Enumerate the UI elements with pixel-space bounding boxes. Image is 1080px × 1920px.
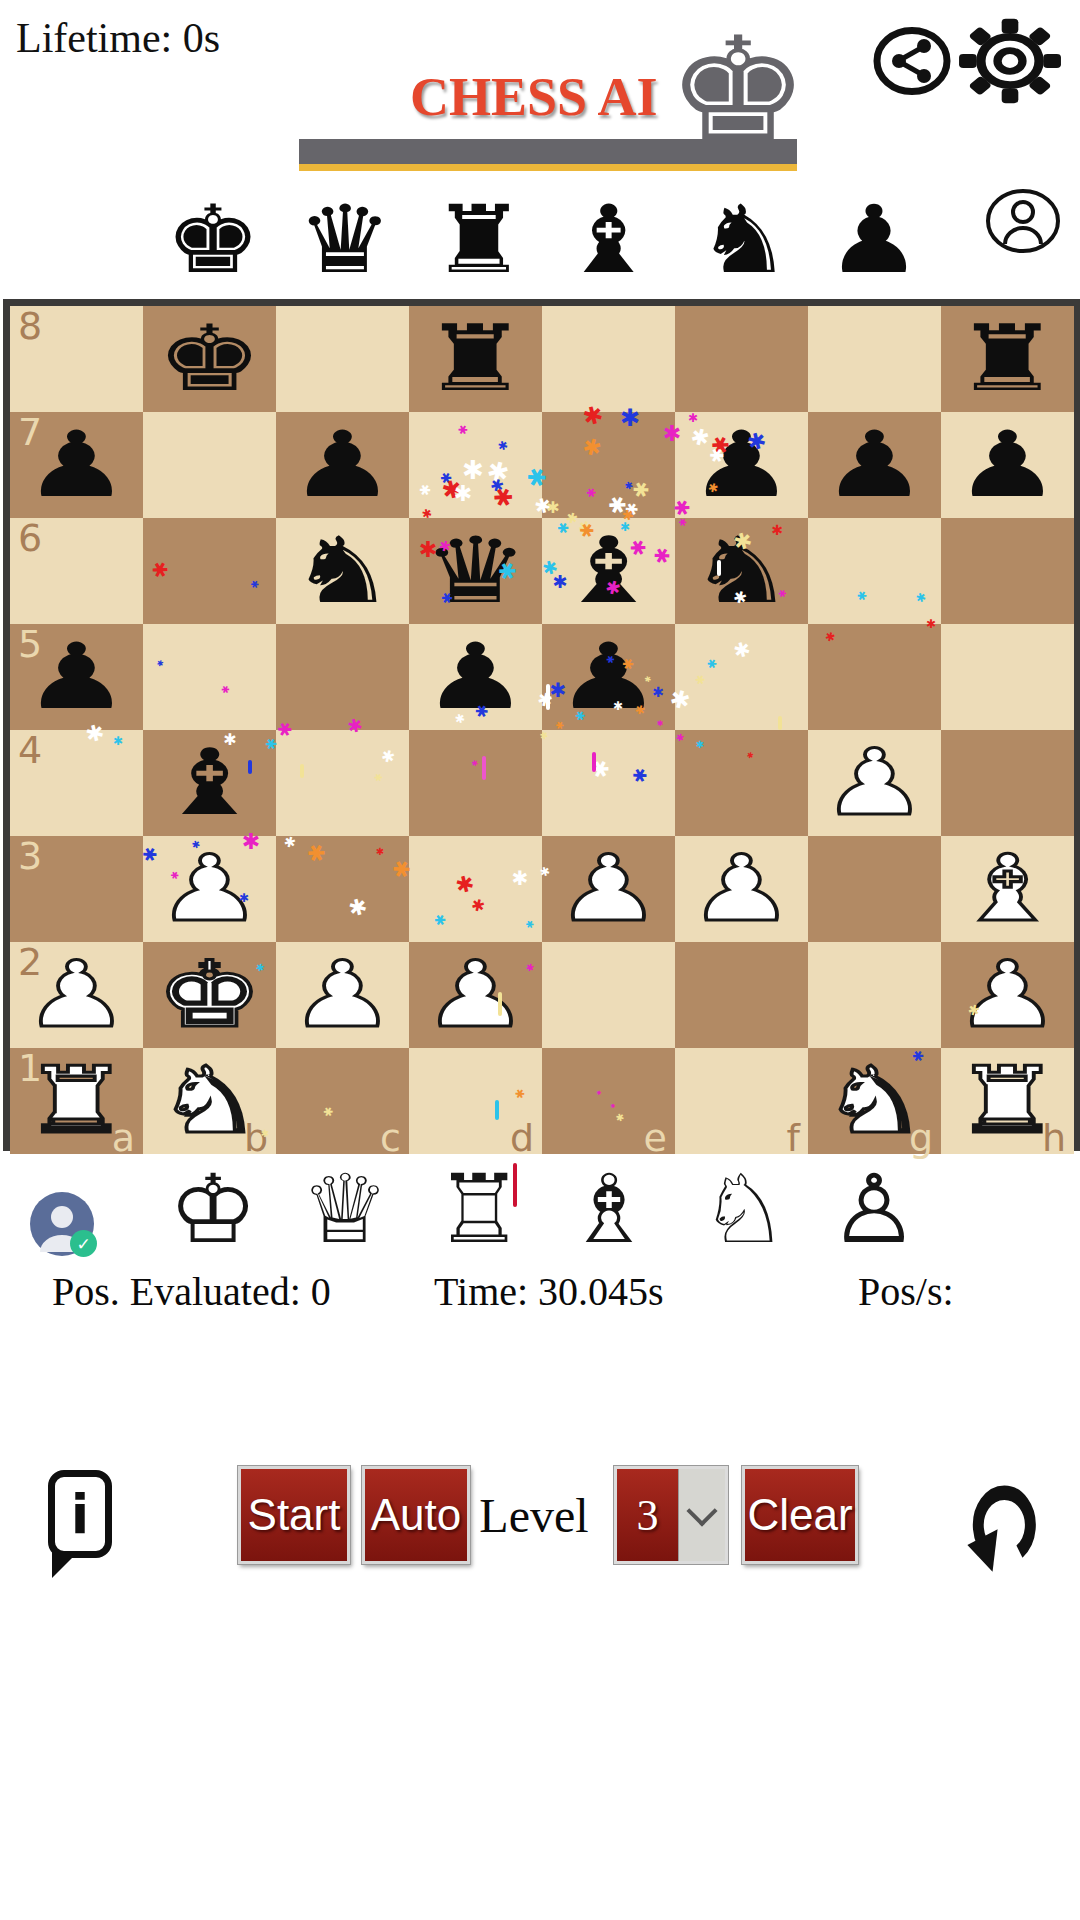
square-f1[interactable]: f	[675, 1048, 808, 1154]
square-a7[interactable]: 7♟	[10, 412, 143, 518]
clear-button[interactable]: Clear	[742, 1466, 858, 1564]
square-g3[interactable]	[808, 836, 941, 942]
square-e6[interactable]: ♝	[542, 518, 675, 624]
square-a2[interactable]: 2♟	[10, 942, 143, 1048]
square-c2[interactable]: ♟	[276, 942, 409, 1048]
file-label-d: d	[510, 1116, 534, 1160]
square-c4[interactable]	[276, 730, 409, 836]
square-b4[interactable]: ♝	[143, 730, 276, 836]
black-pawn-c7[interactable]: ♟	[289, 419, 395, 510]
square-g8[interactable]	[808, 306, 941, 412]
square-g2[interactable]	[808, 942, 941, 1048]
white-pawn-h2[interactable]: ♟	[954, 949, 1060, 1040]
file-label-g: g	[909, 1116, 933, 1160]
black-tray-pawn[interactable]: ♟	[797, 193, 952, 287]
white-pawn-c2[interactable]: ♟	[289, 949, 395, 1040]
white-pawn-d2[interactable]: ♟	[422, 949, 528, 1040]
white-pawn-e3[interactable]: ♟	[555, 843, 661, 934]
share-icon	[872, 26, 952, 96]
file-label-a: a	[112, 1116, 135, 1160]
check-badge-icon: ✓	[70, 1230, 97, 1257]
square-a3[interactable]: 3	[10, 836, 143, 942]
square-e5[interactable]: ♟	[542, 624, 675, 730]
level-select-arrow[interactable]	[678, 1469, 725, 1561]
black-king-b8[interactable]: ♚	[156, 313, 262, 404]
square-e3[interactable]: ♟	[542, 836, 675, 942]
square-h2[interactable]: ♟	[941, 942, 1074, 1048]
white-pawn-f3[interactable]: ♟	[688, 843, 794, 934]
square-g5[interactable]	[808, 624, 941, 730]
auto-button[interactable]: Auto	[362, 1466, 470, 1564]
black-pawn-a5[interactable]: ♟	[23, 631, 129, 722]
square-c7[interactable]: ♟	[276, 412, 409, 518]
square-d5[interactable]: ♟	[409, 624, 542, 730]
square-e1[interactable]: e	[542, 1048, 675, 1154]
square-f6[interactable]: ♞	[675, 518, 808, 624]
square-d4[interactable]	[409, 730, 542, 836]
square-a5[interactable]: 5♟	[10, 624, 143, 730]
square-e4[interactable]	[542, 730, 675, 836]
square-a1[interactable]: 1a♜	[10, 1048, 143, 1154]
square-e7[interactable]	[542, 412, 675, 518]
white-pawn-g4[interactable]: ♟	[821, 737, 927, 828]
square-h7[interactable]: ♟	[941, 412, 1074, 518]
time-label: Time: 30.045s	[434, 1268, 664, 1315]
square-f7[interactable]: ♟	[675, 412, 808, 518]
chevron-down-icon	[686, 1495, 717, 1526]
square-h3[interactable]: ♝	[941, 836, 1074, 942]
black-pawn-e5[interactable]: ♟	[555, 631, 661, 722]
info-button[interactable]: i	[48, 1470, 112, 1558]
lifetime-label: Lifetime: 0s	[16, 14, 220, 62]
square-d6[interactable]: ♛	[409, 518, 542, 624]
black-pawn-d5[interactable]: ♟	[422, 631, 528, 722]
undo-arrow-icon	[964, 1462, 1048, 1574]
settings-button[interactable]	[958, 18, 1062, 104]
square-b5[interactable]	[143, 624, 276, 730]
file-label-e: e	[644, 1116, 667, 1160]
square-e8[interactable]	[542, 306, 675, 412]
square-c8[interactable]	[276, 306, 409, 412]
rank-label-4: 4	[18, 728, 42, 772]
info-bubble-tail	[52, 1552, 78, 1578]
gear-icon	[958, 18, 1062, 104]
square-b6[interactable]	[143, 518, 276, 624]
square-c3[interactable]	[276, 836, 409, 942]
square-h4[interactable]	[941, 730, 1074, 836]
white-tray-king[interactable]: ♔	[138, 1163, 288, 1258]
square-b1[interactable]: b♞	[143, 1048, 276, 1154]
white-bishop-h3[interactable]: ♝	[954, 843, 1060, 934]
undo-button[interactable]	[964, 1462, 1048, 1574]
rank-label-6: 6	[18, 516, 42, 560]
black-knight-c6[interactable]: ♞	[289, 525, 395, 616]
share-button[interactable]	[872, 26, 952, 96]
black-rook-h8[interactable]: ♜	[954, 313, 1060, 404]
black-tray-bishop[interactable]: ♝	[532, 193, 687, 287]
rank-label-3: 3	[18, 834, 42, 878]
square-d8[interactable]: ♜	[409, 306, 542, 412]
black-pawn-f7[interactable]: ♟	[688, 419, 794, 510]
white-tray-pawn[interactable]: ♙	[799, 1163, 949, 1258]
black-pawn-a7[interactable]: ♟	[23, 419, 129, 510]
square-a6[interactable]: 6	[10, 518, 143, 624]
square-d3[interactable]	[409, 836, 542, 942]
white-tray-queen[interactable]: ♕	[270, 1163, 420, 1258]
square-b3[interactable]: ♟	[143, 836, 276, 942]
square-c1[interactable]: c	[276, 1048, 409, 1154]
square-b7[interactable]	[143, 412, 276, 518]
person-icon	[984, 188, 1062, 254]
level-select-value: 3	[617, 1469, 678, 1561]
avatar-button[interactable]: ✓	[30, 1192, 94, 1256]
square-d2[interactable]: ♟	[409, 942, 542, 1048]
square-b8[interactable]: ♚	[143, 306, 276, 412]
square-f3[interactable]: ♟	[675, 836, 808, 942]
square-f5[interactable]	[675, 624, 808, 730]
black-tray-queen[interactable]: ♛	[268, 193, 423, 287]
square-f8[interactable]	[675, 306, 808, 412]
board: 8♚♜♜7♟♟♟♟♟6♞♛♝♞5♟♟♟4♝♟3♟♟♟♝2♟♚♟♟♟1a♜b♞cd…	[3, 299, 1080, 1151]
file-label-c: c	[380, 1116, 401, 1160]
file-label-h: h	[1042, 1116, 1066, 1160]
square-f2[interactable]	[675, 942, 808, 1048]
white-king-b2[interactable]: ♚	[156, 949, 262, 1040]
white-tray-knight[interactable]: ♘	[669, 1163, 819, 1258]
square-g1[interactable]: g♞	[808, 1048, 941, 1154]
white-pawn-a2[interactable]: ♟	[23, 949, 129, 1040]
app-title: CHESS AI	[410, 66, 658, 128]
black-knight-f6[interactable]: ♞	[688, 525, 794, 616]
white-pawn-b3[interactable]: ♟	[156, 843, 262, 934]
square-a4[interactable]: 4	[10, 730, 143, 836]
black-bishop-e6[interactable]: ♝	[555, 525, 661, 616]
black-rook-d8[interactable]: ♜	[422, 313, 528, 404]
square-c6[interactable]: ♞	[276, 518, 409, 624]
square-h5[interactable]	[941, 624, 1074, 730]
black-bishop-b4[interactable]: ♝	[156, 737, 262, 828]
black-pawn-g7[interactable]: ♟	[821, 419, 927, 510]
app-screen: Lifetime: 0s CHESS AI ♚	[0, 0, 1080, 1920]
square-c5[interactable]	[276, 624, 409, 730]
white-tray-rook[interactable]: ♖	[404, 1163, 554, 1258]
player-profile-button[interactable]	[984, 188, 1062, 254]
square-e2[interactable]	[542, 942, 675, 1048]
square-b2[interactable]: ♚	[143, 942, 276, 1048]
level-label: Level	[476, 1466, 592, 1564]
level-select[interactable]: 3	[614, 1466, 728, 1564]
square-h8[interactable]: ♜	[941, 306, 1074, 412]
start-button[interactable]: Start	[238, 1466, 350, 1564]
square-a8[interactable]: 8	[10, 306, 143, 412]
positions-per-second-label: Pos/s:	[858, 1268, 954, 1315]
square-g6[interactable]	[808, 518, 941, 624]
file-label-b: b	[244, 1116, 268, 1160]
black-pawn-h7[interactable]: ♟	[954, 419, 1060, 510]
square-f4[interactable]	[675, 730, 808, 836]
file-label-f: f	[787, 1116, 800, 1160]
square-h6[interactable]	[941, 518, 1074, 624]
square-d7[interactable]	[409, 412, 542, 518]
rank-label-8: 8	[18, 304, 42, 348]
positions-evaluated-label: Pos. Evaluated: 0	[52, 1268, 331, 1315]
logo-gold-line	[299, 164, 797, 171]
square-g4[interactable]: ♟	[808, 730, 941, 836]
square-d1[interactable]: d	[409, 1048, 542, 1154]
black-queen-d6[interactable]: ♛	[422, 525, 528, 616]
square-h1[interactable]: h♜	[941, 1048, 1074, 1154]
square-g7[interactable]: ♟	[808, 412, 941, 518]
info-icon: i	[71, 1483, 90, 1546]
logo-platform	[299, 139, 797, 164]
white-tray-bishop[interactable]: ♗	[534, 1163, 684, 1258]
